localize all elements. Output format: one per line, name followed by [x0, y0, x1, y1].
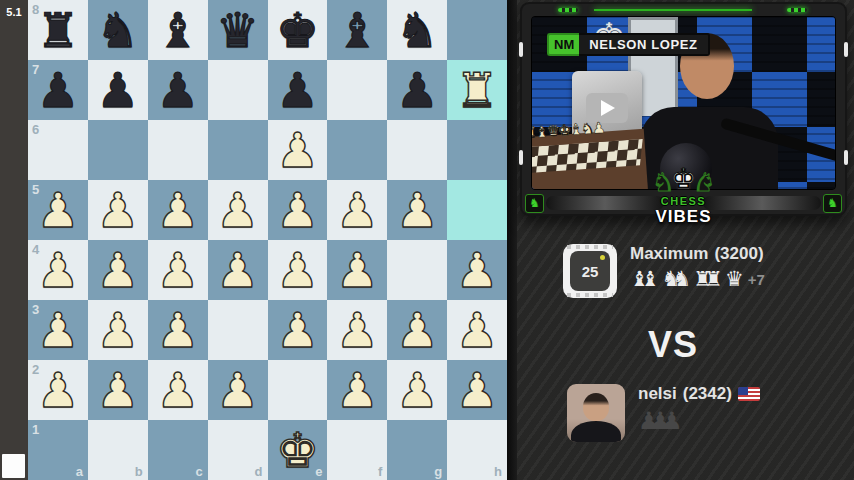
file-label-c: c	[195, 464, 202, 479]
logo-vibes-text: VIBES	[624, 207, 744, 227]
white-pawn[interactable]: ♟	[387, 180, 447, 240]
black-pawn[interactable]: ♟	[148, 60, 208, 120]
white-king[interactable]: ♚	[268, 420, 328, 480]
green-knight-badge-icon: ♞	[823, 194, 842, 213]
white-pawn[interactable]: ♟	[327, 180, 387, 240]
square-f1[interactable]: f	[327, 420, 387, 480]
white-pawn[interactable]: ♟	[387, 300, 447, 360]
webcam-frame: ♚ ♜♝♛♚♝♞♟ NM NELSON LOPEZ ♞	[520, 2, 847, 216]
square-g4[interactable]	[387, 240, 447, 300]
black-pawn[interactable]: ♟	[28, 60, 88, 120]
black-knight[interactable]: ♞	[88, 0, 148, 60]
cpu-chip-icon: 25	[570, 251, 610, 291]
player-avatar[interactable]	[567, 384, 625, 442]
square-b4[interactable]: ♟	[88, 240, 148, 300]
file-label-d: d	[255, 464, 263, 479]
square-a5[interactable]: 5♟	[28, 180, 88, 240]
square-f2[interactable]: ♟	[327, 360, 387, 420]
logo-crest: ♞ ♚ ♞	[624, 161, 744, 195]
stream-right-panel: ♚ ♜♝♛♚♝♞♟ NM NELSON LOPEZ ♞	[517, 0, 854, 480]
white-pawn[interactable]: ♟	[148, 360, 208, 420]
square-h5[interactable]	[447, 180, 507, 240]
streamer-name-label: NELSON LOPEZ	[579, 33, 709, 56]
logo-chess-text: CHESS	[624, 195, 744, 207]
board-panel-divider	[507, 0, 517, 480]
square-a7[interactable]: 7♟	[28, 60, 88, 120]
white-pawn[interactable]: ♟	[447, 300, 507, 360]
bot-level-label: 25	[582, 263, 599, 280]
chip-dot-icon	[600, 255, 605, 260]
square-f8[interactable]: ♝	[327, 0, 387, 60]
square-f3[interactable]: ♟	[327, 300, 387, 360]
square-b5[interactable]: ♟	[88, 180, 148, 240]
white-pawn[interactable]: ♟	[28, 360, 88, 420]
white-rook[interactable]: ♜	[447, 60, 507, 120]
square-h8[interactable]	[447, 0, 507, 60]
square-d6[interactable]	[208, 120, 268, 180]
white-pawn[interactable]: ♟	[447, 360, 507, 420]
black-pawn[interactable]: ♟	[88, 60, 148, 120]
square-h1[interactable]: h	[447, 420, 507, 480]
square-e8[interactable]: ♚	[268, 0, 328, 60]
black-king[interactable]: ♚	[268, 0, 328, 60]
frame-clamp-icon	[844, 42, 848, 57]
green-knight-badge-icon: ♞	[525, 194, 544, 213]
white-pawn[interactable]: ♟	[28, 300, 88, 360]
square-e5[interactable]: ♟	[268, 180, 328, 240]
square-c7[interactable]: ♟	[148, 60, 208, 120]
black-queen[interactable]: ♛	[208, 0, 268, 60]
square-b3[interactable]: ♟	[88, 300, 148, 360]
white-pawn[interactable]: ♟	[208, 360, 268, 420]
square-g6[interactable]	[387, 120, 447, 180]
white-pawn[interactable]: ♟	[88, 180, 148, 240]
black-knight[interactable]: ♞	[387, 0, 447, 60]
white-pawn[interactable]: ♟	[148, 300, 208, 360]
square-c6[interactable]	[148, 120, 208, 180]
evaluation-bar: 5.1	[0, 0, 28, 480]
square-h7[interactable]: ♜	[447, 60, 507, 120]
white-pawn[interactable]: ♟	[327, 240, 387, 300]
square-f4[interactable]: ♟	[327, 240, 387, 300]
white-pawn[interactable]: ♟	[327, 300, 387, 360]
player-name-label: nelsi	[638, 384, 677, 404]
white-pawn[interactable]: ♟	[208, 180, 268, 240]
player-card-top: 25 Maximum (3200) ♝♝♞♞♜♜♛+7	[563, 244, 848, 298]
square-a4[interactable]: 4♟	[28, 240, 88, 300]
square-h6[interactable]	[447, 120, 507, 180]
captured-queen-x1-icon: ♛	[725, 267, 746, 291]
square-g7[interactable]: ♟	[387, 60, 447, 120]
us-flag-icon	[738, 387, 760, 401]
square-a6[interactable]: 6	[28, 120, 88, 180]
file-label-h: h	[494, 464, 502, 479]
square-d5[interactable]: ♟	[208, 180, 268, 240]
file-label-a: a	[76, 464, 83, 479]
rank-label-1: 1	[32, 422, 39, 437]
black-rook[interactable]: ♜	[28, 0, 88, 60]
square-f5[interactable]: ♟	[327, 180, 387, 240]
white-pawn[interactable]: ♟	[447, 240, 507, 300]
streamer-name-tag: NM NELSON LOPEZ	[547, 33, 710, 56]
white-pawn[interactable]: ♟	[268, 120, 328, 180]
white-pawn[interactable]: ♟	[148, 180, 208, 240]
file-label-g: g	[434, 464, 442, 479]
file-label-f: f	[378, 464, 382, 479]
square-a2[interactable]: 2♟	[28, 360, 88, 420]
white-pawn[interactable]: ♟	[148, 240, 208, 300]
player-card-bottom: nelsi (2342) ♟♟♟	[567, 384, 848, 442]
square-c2[interactable]: ♟	[148, 360, 208, 420]
vs-label: VS	[648, 324, 698, 366]
white-pawn[interactable]: ♟	[28, 180, 88, 240]
square-d7[interactable]	[208, 60, 268, 120]
frame-clamp-icon	[519, 150, 523, 165]
square-d1[interactable]: d	[208, 420, 268, 480]
white-pawn[interactable]: ♟	[88, 300, 148, 360]
player-name-label: Maximum	[630, 244, 708, 264]
square-e6[interactable]: ♟	[268, 120, 328, 180]
square-b2[interactable]: ♟	[88, 360, 148, 420]
square-a3[interactable]: 3♟	[28, 300, 88, 360]
captured-knight-x2-icon: ♞♞	[662, 267, 694, 291]
white-pawn[interactable]: ♟	[88, 360, 148, 420]
white-pawn[interactable]: ♟	[208, 240, 268, 300]
nm-title-badge: NM	[547, 33, 579, 56]
square-g8[interactable]: ♞	[387, 0, 447, 60]
evaluation-score: 5.1	[0, 6, 28, 18]
square-e7[interactable]: ♟	[268, 60, 328, 120]
player-rating-label: (2342)	[683, 384, 732, 404]
square-h3[interactable]: ♟	[447, 300, 507, 360]
square-a1[interactable]: 1a	[28, 420, 88, 480]
captured-pieces-bottom: ♟♟♟	[638, 407, 760, 435]
rank-label-6: 6	[32, 122, 39, 137]
player-rating-label: (3200)	[714, 244, 763, 264]
square-b8[interactable]: ♞	[88, 0, 148, 60]
square-g2[interactable]: ♟	[387, 360, 447, 420]
chess-vibes-logo: ♞ ♚ ♞ CHESS VIBES	[624, 161, 744, 227]
chess-set-pieces-icon: ♜♝♛♚♝♞♟	[531, 119, 604, 143]
white-pawn[interactable]: ♟	[268, 240, 328, 300]
stream-layout: 5.1 8♜♞♝♛♚♝♞7♟♟♟♟♟♜6♟5♟♟♟♟♟♟♟4♟♟♟♟♟♟♟3♟♟…	[0, 0, 854, 480]
square-b1[interactable]: b	[88, 420, 148, 480]
square-d2[interactable]: ♟	[208, 360, 268, 420]
black-pawn[interactable]: ♟	[268, 60, 328, 120]
captured-pieces-top: ♝♝♞♞♜♜♛+7	[630, 267, 765, 291]
white-pawn[interactable]: ♟	[88, 240, 148, 300]
file-label-b: b	[135, 464, 143, 479]
square-b7[interactable]: ♟	[88, 60, 148, 120]
square-c4[interactable]: ♟	[148, 240, 208, 300]
white-pawn[interactable]: ♟	[268, 180, 328, 240]
black-bishop[interactable]: ♝	[327, 0, 387, 60]
white-pawn[interactable]: ♟	[28, 240, 88, 300]
square-e1[interactable]: e♚	[268, 420, 328, 480]
black-bishop[interactable]: ♝	[148, 0, 208, 60]
captured-pawn-x3-icon: ♟♟♟	[638, 407, 683, 435]
square-e2[interactable]	[268, 360, 328, 420]
square-b6[interactable]	[88, 120, 148, 180]
square-d4[interactable]: ♟	[208, 240, 268, 300]
player-info-top: Maximum (3200) ♝♝♞♞♜♜♛+7	[630, 244, 765, 298]
square-h2[interactable]: ♟	[447, 360, 507, 420]
square-g1[interactable]: g	[387, 420, 447, 480]
square-a8[interactable]: 8♜	[28, 0, 88, 60]
square-g3[interactable]: ♟	[387, 300, 447, 360]
led-dashes-right-icon	[787, 8, 807, 12]
square-g5[interactable]: ♟	[387, 180, 447, 240]
player-name-top[interactable]: Maximum (3200)	[630, 244, 765, 264]
captured-rook-x2-icon: ♜♜	[693, 267, 725, 291]
square-c8[interactable]: ♝	[148, 0, 208, 60]
square-d8[interactable]: ♛	[208, 0, 268, 60]
player-name-bottom[interactable]: nelsi (2342)	[638, 384, 760, 404]
evaluation-white-fill	[2, 454, 25, 478]
player-info-bottom: nelsi (2342) ♟♟♟	[638, 384, 760, 442]
square-d3[interactable]	[208, 300, 268, 360]
square-c5[interactable]: ♟	[148, 180, 208, 240]
square-f7[interactable]	[327, 60, 387, 120]
frame-clamp-icon	[519, 42, 523, 57]
square-e3[interactable]: ♟	[268, 300, 328, 360]
white-pawn[interactable]: ♟	[387, 360, 447, 420]
bot-avatar[interactable]: 25	[563, 244, 617, 298]
square-c3[interactable]: ♟	[148, 300, 208, 360]
captured-bishop-x2-icon: ♝♝	[630, 267, 662, 291]
material-advantage: +7	[748, 271, 765, 288]
square-h4[interactable]: ♟	[447, 240, 507, 300]
square-f6[interactable]	[327, 120, 387, 180]
led-strip-icon	[594, 9, 752, 11]
frame-clamp-icon	[844, 150, 848, 165]
chess-board[interactable]: 8♜♞♝♛♚♝♞7♟♟♟♟♟♜6♟5♟♟♟♟♟♟♟4♟♟♟♟♟♟♟3♟♟♟♟♟♟…	[28, 0, 507, 480]
white-pawn[interactable]: ♟	[327, 360, 387, 420]
white-pawn[interactable]: ♟	[268, 300, 328, 360]
crest-knight-right-icon: ♞	[693, 170, 715, 195]
black-pawn[interactable]: ♟	[387, 60, 447, 120]
square-e4[interactable]: ♟	[268, 240, 328, 300]
led-dashes-left-icon	[558, 8, 578, 12]
square-c1[interactable]: c	[148, 420, 208, 480]
